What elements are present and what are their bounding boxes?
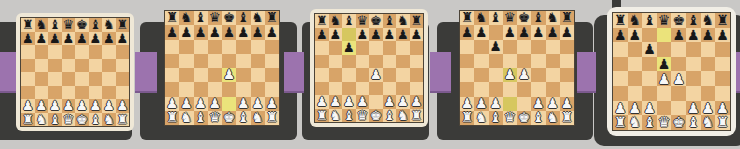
square-h6 — [410, 41, 424, 55]
piece-black-pawn: ♟ — [687, 27, 700, 41]
square-h7: ♟ — [410, 28, 424, 42]
square-g4 — [102, 72, 116, 86]
piece-black-pawn: ♟ — [383, 27, 395, 40]
piece-black-pawn: ♟ — [49, 31, 61, 44]
square-e7: ♟ — [222, 25, 236, 39]
square-b3 — [628, 86, 643, 101]
square-c7: ♟ — [194, 25, 208, 39]
piece-white-queen: ♛ — [504, 111, 516, 125]
piece-white-pawn: ♟ — [116, 99, 128, 112]
square-f6 — [383, 41, 397, 55]
chessboard-4: ♜♞♝♛♚♝♞♜♟♟♟♟♟♟♟♟♟♟♟♟♟♟♟♟♜♞♝♛♚♝♞♜ — [459, 10, 575, 126]
piece-white-queen: ♛ — [62, 112, 74, 125]
square-f4 — [531, 68, 545, 82]
square-b6 — [179, 40, 193, 54]
square-g5 — [396, 55, 410, 69]
square-b7: ♟ — [628, 28, 643, 43]
square-f1: ♝ — [686, 115, 701, 130]
piece-white-rook: ♜ — [116, 112, 128, 125]
square-b7: ♟ — [35, 32, 49, 46]
piece-black-knight: ♞ — [103, 18, 115, 31]
square-c8: ♝ — [489, 11, 503, 25]
square-d1: ♛ — [356, 109, 370, 123]
square-f5 — [236, 54, 250, 68]
square-a1: ♜ — [315, 109, 329, 123]
square-f3 — [686, 86, 701, 101]
piece-black-rook: ♜ — [22, 18, 34, 31]
square-c4 — [194, 68, 208, 82]
piece-white-rook: ♜ — [614, 115, 627, 129]
piece-white-king: ♚ — [76, 112, 88, 125]
square-h3 — [715, 86, 730, 101]
square-f4 — [89, 72, 103, 86]
piece-black-pawn: ♟ — [180, 25, 192, 39]
piece-black-pawn: ♟ — [237, 25, 249, 39]
square-a4 — [613, 71, 628, 86]
square-h1: ♜ — [116, 113, 130, 127]
square-g5 — [251, 54, 265, 68]
square-d7 — [657, 28, 672, 43]
piece-black-rook: ♜ — [614, 13, 627, 27]
piece-white-pawn: ♟ — [316, 95, 328, 108]
square-f2: ♟ — [686, 101, 701, 116]
piece-black-pawn: ♟ — [195, 25, 207, 39]
piece-black-pawn: ♟ — [116, 31, 128, 44]
square-g7: ♟ — [251, 25, 265, 39]
piece-white-pawn: ♟ — [383, 95, 395, 108]
square-a5 — [613, 57, 628, 72]
piece-black-pawn: ♟ — [252, 25, 264, 39]
piece-white-rook: ♜ — [410, 108, 422, 121]
piece-white-bishop: ♝ — [490, 111, 502, 125]
piece-black-queen: ♛ — [658, 13, 671, 27]
piece-black-pawn: ♟ — [410, 27, 422, 40]
piece-black-pawn: ♟ — [62, 31, 74, 44]
square-e3 — [222, 82, 236, 96]
square-e1: ♚ — [369, 109, 383, 123]
piece-black-pawn: ♟ — [316, 27, 328, 40]
square-g2: ♟ — [701, 101, 716, 116]
square-b8: ♞ — [628, 13, 643, 28]
piece-white-rook: ♜ — [716, 115, 729, 129]
square-c1: ♝ — [489, 111, 503, 125]
piece-white-pawn: ♟ — [658, 71, 671, 85]
square-a4 — [21, 72, 35, 86]
piece-white-pawn: ♟ — [614, 100, 627, 114]
square-b4 — [179, 68, 193, 82]
square-c3 — [642, 86, 657, 101]
square-c6: ♟ — [642, 42, 657, 57]
square-e5 — [671, 57, 686, 72]
square-a8: ♜ — [613, 13, 628, 28]
square-e8: ♚ — [671, 13, 686, 28]
square-h7: ♟ — [265, 25, 279, 39]
piece-black-bishop: ♝ — [49, 18, 61, 31]
square-h5 — [560, 54, 574, 68]
square-h5 — [410, 55, 424, 69]
square-c5 — [194, 54, 208, 68]
piece-black-pawn: ♟ — [343, 41, 355, 54]
square-h5 — [265, 54, 279, 68]
piece-white-knight: ♞ — [103, 112, 115, 125]
square-c4 — [489, 68, 503, 82]
square-h6 — [116, 45, 130, 59]
square-h6 — [265, 40, 279, 54]
square-f5 — [89, 59, 103, 73]
square-d8: ♛ — [657, 13, 672, 28]
piece-white-knight: ♞ — [547, 111, 559, 125]
square-a5 — [460, 54, 474, 68]
square-b5 — [628, 57, 643, 72]
square-c6: ♟ — [342, 41, 356, 55]
square-a7: ♟ — [460, 25, 474, 39]
square-a6 — [315, 41, 329, 55]
piece-black-knight: ♞ — [397, 14, 409, 27]
square-f5 — [531, 54, 545, 68]
square-f8: ♝ — [686, 13, 701, 28]
square-c1: ♝ — [642, 115, 657, 130]
board-thumbnail-4-after-d4[interactable]: ♜♞♝♛♚♝♞♜♟♟♟♟♟♟♟♟♟♟♟♟♟♟♟♟♜♞♝♛♚♝♞♜ — [459, 10, 575, 126]
square-a6 — [165, 40, 179, 54]
piece-black-pawn: ♟ — [643, 42, 656, 56]
square-a7: ♟ — [21, 32, 35, 46]
square-g6 — [396, 41, 410, 55]
square-g3 — [701, 86, 716, 101]
piece-white-pawn: ♟ — [329, 95, 341, 108]
square-b2: ♟ — [628, 101, 643, 116]
square-c4 — [48, 72, 62, 86]
square-d1: ♛ — [62, 113, 76, 127]
piece-white-king: ♚ — [672, 115, 685, 129]
piece-black-pawn: ♟ — [461, 25, 473, 39]
square-b6 — [35, 45, 49, 59]
piece-black-pawn: ♟ — [614, 27, 627, 41]
piece-black-pawn: ♟ — [35, 31, 47, 44]
square-b5 — [474, 54, 488, 68]
square-a1: ♜ — [613, 115, 628, 130]
strip-connector-2 — [284, 52, 304, 93]
piece-white-rook: ♜ — [561, 111, 573, 125]
square-c6 — [194, 40, 208, 54]
square-e6 — [222, 40, 236, 54]
piece-white-bishop: ♝ — [383, 108, 395, 121]
board-thumbnail-2-after-e4[interactable]: ♜♞♝♛♚♝♞♜♟♟♟♟♟♟♟♟♟♟♟♟♟♟♟♟♜♞♝♛♚♝♞♜ — [164, 10, 280, 126]
square-b1: ♞ — [35, 113, 49, 127]
square-b7: ♟ — [179, 25, 193, 39]
square-d1: ♛ — [657, 115, 672, 130]
square-c4 — [342, 68, 356, 82]
piece-black-pawn: ♟ — [397, 27, 409, 40]
piece-white-king: ♚ — [223, 111, 235, 125]
piece-black-king: ♚ — [76, 18, 88, 31]
square-f7: ♟ — [686, 28, 701, 43]
square-d4 — [208, 68, 222, 82]
piece-white-pawn: ♟ — [672, 71, 685, 85]
square-c4 — [642, 71, 657, 86]
piece-white-knight: ♞ — [35, 112, 47, 125]
piece-black-pawn: ♟ — [166, 25, 178, 39]
piece-black-pawn: ♟ — [356, 27, 368, 40]
piece-white-knight: ♞ — [329, 108, 341, 121]
square-b6 — [474, 40, 488, 54]
square-g7: ♟ — [396, 28, 410, 42]
piece-white-rook: ♜ — [316, 108, 328, 121]
piece-white-bishop: ♝ — [195, 111, 207, 125]
square-a7: ♟ — [165, 25, 179, 39]
piece-black-pawn: ♟ — [561, 25, 573, 39]
square-b6 — [628, 42, 643, 57]
square-c1: ♝ — [194, 111, 208, 125]
square-e4: ♟ — [671, 71, 686, 86]
square-g5 — [102, 59, 116, 73]
square-d2 — [657, 101, 672, 116]
square-e4: ♟ — [369, 68, 383, 82]
piece-white-knight: ♞ — [180, 111, 192, 125]
square-h4 — [116, 72, 130, 86]
piece-white-pawn: ♟ — [356, 95, 368, 108]
square-g1: ♞ — [546, 111, 560, 125]
square-d1: ♛ — [503, 111, 517, 125]
piece-black-bishop: ♝ — [687, 13, 700, 27]
square-h4 — [265, 68, 279, 82]
square-d7: ♟ — [503, 25, 517, 39]
piece-black-bishop: ♝ — [343, 14, 355, 27]
square-g4 — [251, 68, 265, 82]
square-c6: ♟ — [489, 40, 503, 54]
strip-connector-4 — [577, 52, 596, 93]
square-e1: ♚ — [75, 113, 89, 127]
square-e7: ♟ — [75, 32, 89, 46]
square-h7: ♟ — [116, 32, 130, 46]
square-f5 — [686, 57, 701, 72]
square-a6 — [21, 45, 35, 59]
square-b1: ♞ — [474, 111, 488, 125]
square-c6 — [48, 45, 62, 59]
board-thumbnail-3-after-c6[interactable]: ♜♞♝♛♚♝♞♜♟♟♟♟♟♟♟♟♟♟♟♟♟♟♟♟♜♞♝♛♚♝♞♜ — [310, 9, 428, 127]
piece-black-pawn: ♟ — [76, 31, 88, 44]
square-g5 — [701, 57, 716, 72]
square-b1: ♞ — [179, 111, 193, 125]
piece-black-pawn: ♟ — [658, 57, 671, 71]
piece-white-knight: ♞ — [252, 111, 264, 125]
piece-black-king: ♚ — [672, 13, 685, 27]
piece-black-pawn: ♟ — [504, 25, 516, 39]
square-g4 — [546, 68, 560, 82]
square-f4 — [383, 68, 397, 82]
square-e4 — [75, 72, 89, 86]
square-b5 — [179, 54, 193, 68]
square-b4 — [474, 68, 488, 82]
square-h4 — [715, 71, 730, 86]
square-d7: ♟ — [208, 25, 222, 39]
square-g6 — [546, 40, 560, 54]
piece-black-queen: ♛ — [62, 18, 74, 31]
piece-black-pawn: ♟ — [490, 39, 502, 53]
piece-black-bishop: ♝ — [490, 11, 502, 25]
square-f1: ♝ — [89, 113, 103, 127]
square-h7: ♟ — [715, 28, 730, 43]
piece-white-knight: ♞ — [397, 108, 409, 121]
square-a1: ♜ — [21, 113, 35, 127]
piece-white-pawn: ♟ — [62, 99, 74, 112]
piece-white-pawn: ♟ — [103, 99, 115, 112]
piece-white-knight: ♞ — [475, 111, 487, 125]
square-d4 — [62, 72, 76, 86]
square-g5 — [546, 54, 560, 68]
square-g8: ♞ — [701, 13, 716, 28]
piece-black-pawn: ♟ — [716, 27, 729, 41]
piece-white-pawn: ♟ — [629, 100, 642, 114]
square-f1: ♝ — [531, 111, 545, 125]
piece-black-pawn: ♟ — [475, 25, 487, 39]
chessboard-current: ♜♞♝♛♚♝♞♜♟♟♟♟♟♟♟♟♟♟♟♟♟♟♟♟♜♞♝♛♚♝♞♜ — [612, 12, 731, 131]
square-c1: ♝ — [342, 109, 356, 123]
piece-black-pawn: ♟ — [223, 25, 235, 39]
move-history-strip: ♜♞♝♛♚♝♞♜♟♟♟♟♟♟♟♟♟♟♟♟♟♟♟♟♜♞♝♛♚♝♞♜ ♜♞♝♛♚♝♞… — [0, 0, 740, 149]
square-d3 — [657, 86, 672, 101]
square-d7: ♟ — [62, 32, 76, 46]
square-c8: ♝ — [342, 14, 356, 28]
board-thumbnail-current-after-d5[interactable]: ♜♞♝♛♚♝♞♜♟♟♟♟♟♟♟♟♟♟♟♟♟♟♟♟♜♞♝♛♚♝♞♜ — [607, 7, 736, 136]
piece-white-pawn: ♟ — [343, 95, 355, 108]
piece-white-pawn: ♟ — [397, 95, 409, 108]
square-e6 — [369, 41, 383, 55]
piece-black-pawn: ♟ — [266, 25, 278, 39]
square-a5 — [165, 54, 179, 68]
piece-black-pawn: ♟ — [209, 25, 221, 39]
square-a6 — [613, 42, 628, 57]
piece-white-bishop: ♝ — [532, 111, 544, 125]
piece-black-bishop: ♝ — [89, 18, 101, 31]
piece-white-rook: ♜ — [461, 111, 473, 125]
square-a3 — [613, 86, 628, 101]
square-b4 — [329, 68, 343, 82]
chessboard-2: ♜♞♝♛♚♝♞♜♟♟♟♟♟♟♟♟♟♟♟♟♟♟♟♟♜♞♝♛♚♝♞♜ — [164, 10, 280, 126]
piece-black-pawn: ♟ — [672, 27, 685, 41]
piece-white-bishop: ♝ — [89, 112, 101, 125]
piece-black-knight: ♞ — [329, 14, 341, 27]
square-g7: ♟ — [701, 28, 716, 43]
piece-white-rook: ♜ — [22, 112, 34, 125]
piece-white-bishop: ♝ — [643, 115, 656, 129]
square-e4: ♟ — [517, 68, 531, 82]
piece-black-pawn: ♟ — [518, 25, 530, 39]
square-d6 — [62, 45, 76, 59]
square-g6 — [251, 40, 265, 54]
square-h5 — [715, 57, 730, 72]
square-f4 — [686, 71, 701, 86]
square-b4 — [35, 72, 49, 86]
piece-white-queen: ♛ — [209, 111, 221, 125]
square-f1: ♝ — [383, 109, 397, 123]
square-h1: ♜ — [715, 115, 730, 130]
square-d6 — [657, 42, 672, 57]
square-e6 — [671, 42, 686, 57]
piece-white-bishop: ♝ — [687, 115, 700, 129]
square-g1: ♞ — [251, 111, 265, 125]
square-g4 — [396, 68, 410, 82]
square-e6 — [517, 40, 531, 54]
board-thumbnail-1-start[interactable]: ♜♞♝♛♚♝♞♜♟♟♟♟♟♟♟♟♟♟♟♟♟♟♟♟♜♞♝♛♚♝♞♜ — [16, 13, 134, 131]
square-b7: ♟ — [474, 25, 488, 39]
square-f4 — [236, 68, 250, 82]
square-b6 — [329, 41, 343, 55]
piece-black-rook: ♜ — [116, 18, 128, 31]
square-e1: ♚ — [671, 115, 686, 130]
square-g6 — [102, 45, 116, 59]
piece-white-rook: ♜ — [266, 111, 278, 125]
piece-white-pawn: ♟ — [687, 100, 700, 114]
piece-white-pawn: ♟ — [643, 100, 656, 114]
square-e2 — [671, 101, 686, 116]
piece-white-pawn: ♟ — [410, 95, 422, 108]
piece-black-rook: ♜ — [316, 14, 328, 27]
piece-black-bishop: ♝ — [643, 13, 656, 27]
piece-white-pawn: ♟ — [35, 99, 47, 112]
piece-white-pawn: ♟ — [22, 99, 34, 112]
piece-white-pawn: ♟ — [223, 68, 235, 82]
square-c1: ♝ — [48, 113, 62, 127]
square-a6 — [460, 40, 474, 54]
square-b1: ♞ — [628, 115, 643, 130]
piece-white-knight: ♞ — [629, 115, 642, 129]
piece-white-king: ♚ — [370, 108, 382, 121]
square-f7: ♟ — [531, 25, 545, 39]
square-h1: ♜ — [410, 109, 424, 123]
piece-white-pawn: ♟ — [504, 68, 516, 82]
square-d5 — [356, 55, 370, 69]
square-d4: ♟ — [657, 71, 672, 86]
square-e1: ♚ — [222, 111, 236, 125]
piece-white-pawn: ♟ — [716, 100, 729, 114]
square-e4: ♟ — [222, 68, 236, 82]
square-f6 — [531, 40, 545, 54]
piece-black-bishop: ♝ — [383, 14, 395, 27]
square-e7: ♟ — [517, 25, 531, 39]
piece-black-knight: ♞ — [629, 13, 642, 27]
square-b5 — [35, 59, 49, 73]
square-c5 — [489, 54, 503, 68]
piece-black-pawn: ♟ — [329, 27, 341, 40]
square-b5 — [329, 55, 343, 69]
piece-black-king: ♚ — [370, 14, 382, 27]
strip-connector-1 — [135, 52, 157, 93]
square-h5 — [116, 59, 130, 73]
square-h4 — [410, 68, 424, 82]
square-c5 — [642, 57, 657, 72]
square-g7: ♟ — [546, 25, 560, 39]
square-d7: ♟ — [356, 28, 370, 42]
square-c7: ♟ — [48, 32, 62, 46]
square-e5 — [75, 59, 89, 73]
square-b1: ♞ — [329, 109, 343, 123]
strip-connector-3 — [430, 52, 451, 93]
square-g7: ♟ — [102, 32, 116, 46]
square-h4 — [560, 68, 574, 82]
square-f6 — [236, 40, 250, 54]
square-c7 — [642, 28, 657, 43]
piece-black-pawn: ♟ — [89, 31, 101, 44]
strip-connector-left-edge — [0, 52, 16, 93]
square-d4 — [356, 68, 370, 82]
piece-white-bishop: ♝ — [49, 112, 61, 125]
piece-white-pawn: ♟ — [702, 100, 715, 114]
piece-black-pawn: ♟ — [22, 31, 34, 44]
square-h6 — [715, 42, 730, 57]
piece-black-knight: ♞ — [35, 18, 47, 31]
square-g1: ♞ — [701, 115, 716, 130]
square-d6 — [208, 40, 222, 54]
